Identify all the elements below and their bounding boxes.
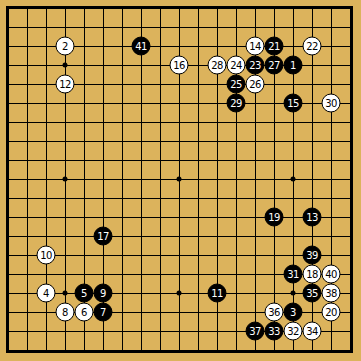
star-point	[291, 291, 296, 296]
black-stone: 13	[303, 208, 322, 227]
black-stone: 29	[227, 94, 246, 113]
black-stone: 21	[265, 37, 284, 56]
white-stone: 12	[56, 75, 75, 94]
black-stone: 5	[75, 284, 94, 303]
black-stone: 27	[265, 56, 284, 75]
white-stone: 36	[265, 303, 284, 322]
white-stone: 40	[322, 265, 341, 284]
white-stone: 26	[246, 75, 265, 94]
white-stone: 30	[322, 94, 341, 113]
black-stone: 11	[208, 284, 227, 303]
white-stone: 2	[56, 37, 75, 56]
white-stone: 24	[227, 56, 246, 75]
black-stone: 33	[265, 322, 284, 341]
white-stone: 32	[284, 322, 303, 341]
white-stone: 4	[37, 284, 56, 303]
star-point	[63, 63, 68, 68]
black-stone: 23	[246, 56, 265, 75]
star-point	[177, 291, 182, 296]
white-stone: 22	[303, 37, 322, 56]
black-stone: 15	[284, 94, 303, 113]
star-point	[177, 177, 182, 182]
black-stone: 1	[284, 56, 303, 75]
white-stone: 8	[56, 303, 75, 322]
star-point	[63, 177, 68, 182]
black-stone: 9	[94, 284, 113, 303]
black-stone: 37	[246, 322, 265, 341]
white-stone: 38	[322, 284, 341, 303]
white-stone: 18	[303, 265, 322, 284]
black-stone: 35	[303, 284, 322, 303]
white-stone: 6	[75, 303, 94, 322]
black-stone: 7	[94, 303, 113, 322]
white-stone: 10	[37, 246, 56, 265]
black-stone: 39	[303, 246, 322, 265]
star-point	[291, 177, 296, 182]
white-stone: 14	[246, 37, 265, 56]
black-stone: 17	[94, 227, 113, 246]
star-point	[63, 291, 68, 296]
black-stone: 19	[265, 208, 284, 227]
black-stone: 3	[284, 303, 303, 322]
black-stone: 41	[132, 37, 151, 56]
black-stone: 25	[227, 75, 246, 94]
white-stone: 28	[208, 56, 227, 75]
white-stone: 34	[303, 322, 322, 341]
go-board[interactable]: 1234567891011121314151617181920212223242…	[0, 0, 361, 361]
white-stone: 16	[170, 56, 189, 75]
white-stone: 20	[322, 303, 341, 322]
black-stone: 31	[284, 265, 303, 284]
